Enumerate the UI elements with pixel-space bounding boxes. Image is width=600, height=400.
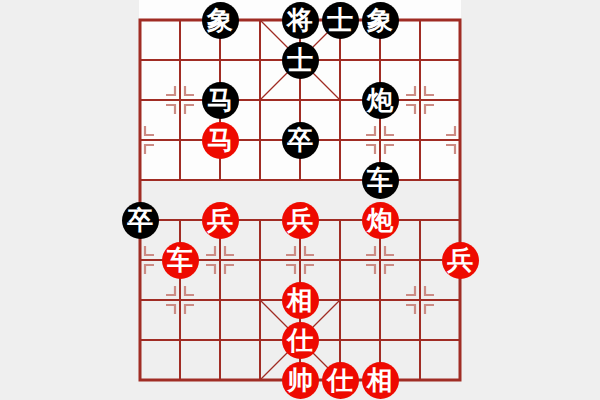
piece-red-soldier[interactable]: 兵 <box>282 202 319 239</box>
piece-red-general[interactable]: 帅 <box>282 362 319 399</box>
piece-black-advisor[interactable]: 士 <box>322 2 359 39</box>
piece-black-cannon[interactable]: 炮 <box>362 82 399 119</box>
piece-red-soldier[interactable]: 兵 <box>202 202 239 239</box>
piece-black-chariot[interactable]: 车 <box>362 162 399 199</box>
piece-black-general[interactable]: 将 <box>282 2 319 39</box>
piece-red-horse[interactable]: 马 <box>202 122 239 159</box>
pieces-layer[interactable]: 象将士象士马炮马卒车卒兵兵炮车兵相仕帅仕相 <box>0 0 600 400</box>
piece-red-chariot[interactable]: 车 <box>162 242 199 279</box>
piece-red-cannon[interactable]: 炮 <box>362 202 399 239</box>
piece-black-elephant[interactable]: 象 <box>362 2 399 39</box>
piece-red-elephant[interactable]: 相 <box>362 362 399 399</box>
piece-black-soldier[interactable]: 卒 <box>122 202 159 239</box>
piece-black-advisor[interactable]: 士 <box>282 42 319 79</box>
piece-black-elephant[interactable]: 象 <box>202 2 239 39</box>
piece-black-soldier[interactable]: 卒 <box>282 122 319 159</box>
xiangqi-board: 象将士象士马炮马卒车卒兵兵炮车兵相仕帅仕相 <box>0 0 600 400</box>
piece-red-advisor[interactable]: 仕 <box>282 322 319 359</box>
piece-black-horse[interactable]: 马 <box>202 82 239 119</box>
piece-red-elephant[interactable]: 相 <box>282 282 319 319</box>
piece-red-advisor[interactable]: 仕 <box>322 362 359 399</box>
piece-red-soldier[interactable]: 兵 <box>442 242 479 279</box>
